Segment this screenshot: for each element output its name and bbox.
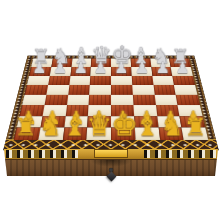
square-f1[interactable]: ♝	[135, 128, 160, 140]
piece-white-queen[interactable]: ♛	[87, 111, 111, 140]
key-pattern-left	[6, 150, 78, 158]
square-h7[interactable]: ♟	[171, 67, 193, 76]
square-h5[interactable]	[174, 85, 197, 95]
board-inlay-border-front	[3, 139, 218, 150]
square-f4[interactable]	[133, 95, 156, 105]
piece-black-pawn[interactable]: ♟	[70, 60, 90, 76]
piece-white-rook[interactable]: ♜	[184, 115, 208, 140]
square-f7[interactable]: ♟	[131, 67, 152, 76]
square-a4[interactable]	[22, 95, 46, 105]
piece-white-bishop[interactable]: ♝	[62, 113, 86, 140]
square-b6[interactable]	[48, 76, 70, 85]
square-f6[interactable]	[131, 76, 153, 85]
piece-black-pawn[interactable]: ♟	[131, 60, 151, 76]
lock-plate	[94, 149, 128, 158]
key-pattern-right	[144, 150, 216, 158]
piece-white-king[interactable]: ♚	[111, 110, 135, 140]
square-c1[interactable]: ♝	[62, 128, 87, 140]
square-c4[interactable]	[67, 95, 90, 105]
piece-white-knight[interactable]: ♞	[38, 114, 62, 140]
square-a6[interactable]	[27, 76, 50, 85]
square-a7[interactable]: ♟	[29, 67, 51, 76]
square-h4[interactable]	[176, 95, 200, 105]
square-e4[interactable]	[111, 95, 133, 105]
piece-black-pawn[interactable]: ♟	[50, 60, 70, 76]
piece-black-pawn[interactable]: ♟	[152, 60, 172, 76]
square-e5[interactable]	[111, 85, 133, 95]
square-h6[interactable]	[172, 76, 195, 85]
square-c7[interactable]: ♟	[70, 67, 91, 76]
piece-white-rook[interactable]: ♜	[14, 115, 38, 140]
square-b7[interactable]: ♟	[50, 67, 72, 76]
square-d5[interactable]	[89, 85, 111, 95]
piece-white-knight[interactable]: ♞	[160, 114, 184, 140]
piece-black-pawn[interactable]: ♟	[91, 60, 111, 76]
square-h1[interactable]: ♜	[182, 128, 209, 140]
square-a5[interactable]	[25, 85, 48, 95]
square-d7[interactable]: ♟	[91, 67, 111, 76]
clasp-icon[interactable]	[106, 166, 116, 186]
square-e7[interactable]: ♟	[111, 67, 131, 76]
square-b1[interactable]: ♞	[38, 128, 64, 140]
square-b5[interactable]	[46, 85, 69, 95]
square-d1[interactable]: ♛	[87, 128, 111, 140]
square-e6[interactable]	[111, 76, 132, 85]
piece-black-pawn[interactable]: ♟	[172, 60, 192, 76]
square-a1[interactable]: ♜	[14, 128, 41, 140]
square-g6[interactable]	[152, 76, 174, 85]
square-b4[interactable]	[44, 95, 67, 105]
square-c5[interactable]	[68, 85, 90, 95]
piece-black-pawn[interactable]: ♟	[111, 60, 131, 76]
square-d6[interactable]	[90, 76, 111, 85]
square-g4[interactable]	[154, 95, 177, 105]
square-g5[interactable]	[153, 85, 176, 95]
chess-board: ♜♞♝♛♚♝♞♜♟♟♟♟♟♟♟♟♟♟♟♟♟♟♟♟♜♞♝♛♚♝♞♜	[14, 59, 209, 140]
chess-set-photo: ♜♞♝♛♚♝♞♜♟♟♟♟♟♟♟♟♟♟♟♟♟♟♟♟♜♞♝♛♚♝♞♜	[0, 0, 222, 222]
piece-white-bishop[interactable]: ♝	[135, 113, 159, 140]
square-f5[interactable]	[132, 85, 154, 95]
square-g1[interactable]: ♞	[158, 128, 184, 140]
square-e1[interactable]: ♚	[111, 128, 135, 140]
square-c6[interactable]	[69, 76, 91, 85]
square-g7[interactable]: ♟	[151, 67, 173, 76]
front-inlay-key-band	[4, 149, 218, 160]
piece-black-pawn[interactable]: ♟	[29, 60, 49, 76]
board-top-surface: ♜♞♝♛♚♝♞♜♟♟♟♟♟♟♟♟♟♟♟♟♟♟♟♟♜♞♝♛♚♝♞♜	[3, 56, 218, 150]
square-d4[interactable]	[89, 95, 111, 105]
clasp-pendant-icon	[106, 172, 116, 182]
